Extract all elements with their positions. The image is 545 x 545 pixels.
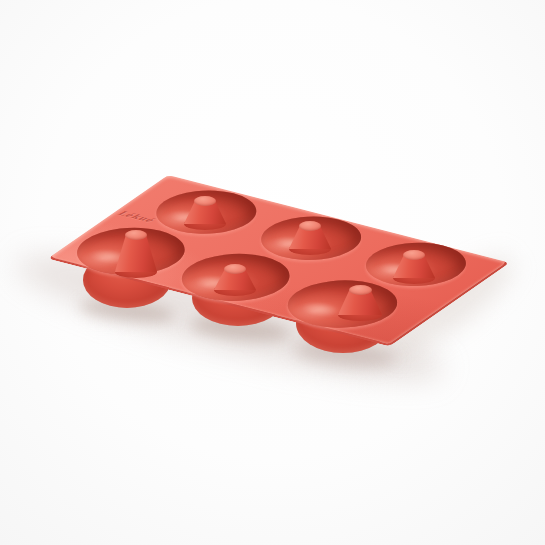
centre-cone-back-middle — [288, 221, 332, 255]
cone-top — [125, 230, 147, 240]
centre-cone-front-left — [114, 230, 158, 278]
centre-cone-back-right — [392, 250, 436, 284]
centre-cone-front-right — [337, 285, 383, 321]
embossed-brand-logo: Lékué — [115, 210, 156, 224]
product-photo-stage: Lékué — [0, 0, 545, 545]
cone-top — [349, 285, 372, 295]
centre-cone-front-middle — [213, 264, 257, 296]
centre-cone-back-left — [183, 196, 227, 230]
cone-top — [224, 264, 246, 274]
cone-top — [194, 196, 216, 206]
cone-top — [403, 250, 425, 260]
cone-top — [299, 221, 321, 231]
cone-body — [115, 235, 157, 272]
